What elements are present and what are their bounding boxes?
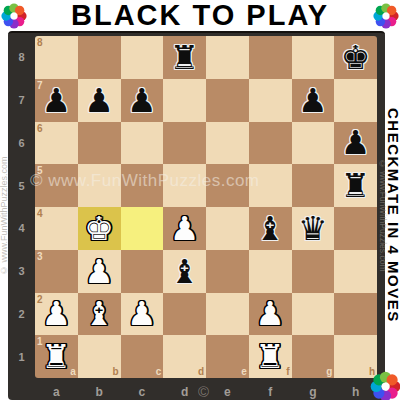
square-b8 xyxy=(78,36,121,79)
square-a2: 2♟ xyxy=(35,293,78,336)
square-e7 xyxy=(206,79,249,122)
square-b6 xyxy=(78,122,121,165)
square-c2: ♟ xyxy=(121,293,164,336)
file-labels: abcdefgh xyxy=(35,381,377,400)
square-e5 xyxy=(206,164,249,207)
square-g8 xyxy=(292,36,335,79)
black-pawn: ♟ xyxy=(292,79,335,122)
puzzle-logo-icon xyxy=(369,370,400,400)
square-a8: 8 xyxy=(35,36,78,79)
square-b4: ♚ xyxy=(78,207,121,250)
white-pawn: ♟ xyxy=(249,293,292,336)
square-g5 xyxy=(292,164,335,207)
frame-rank-label-4: 4 xyxy=(8,207,35,250)
frame-rank-label-1: 1 xyxy=(8,335,35,378)
square-rank-label: 6 xyxy=(37,123,43,134)
puzzle-logo-icon xyxy=(372,2,400,30)
square-h8: ♚ xyxy=(334,36,377,79)
square-e2 xyxy=(206,293,249,336)
checkmate-label: CHECKMATE IN 4 MOVES xyxy=(386,31,400,400)
square-f7 xyxy=(249,79,292,122)
square-f6 xyxy=(249,122,292,165)
square-file-label: d xyxy=(198,366,204,377)
frame-file-label-d: d xyxy=(163,381,206,400)
square-e1: e xyxy=(206,335,249,378)
square-d7 xyxy=(163,79,206,122)
square-a4: 4 xyxy=(35,207,78,250)
black-bishop: ♝ xyxy=(163,250,206,293)
frame-file-label-c: c xyxy=(121,381,164,400)
white-rook: ♜ xyxy=(249,335,292,378)
square-rank-label: 5 xyxy=(37,165,43,176)
square-b1: b xyxy=(78,335,121,378)
square-e3 xyxy=(206,250,249,293)
square-file-label: c xyxy=(156,366,162,377)
square-rank-label: 7 xyxy=(37,80,43,91)
frame-file-label-f: f xyxy=(249,381,292,400)
square-e8 xyxy=(206,36,249,79)
square-a5: 5 xyxy=(35,164,78,207)
square-h4 xyxy=(334,207,377,250)
square-h7 xyxy=(334,79,377,122)
puzzle-logo-icon xyxy=(0,2,28,30)
square-f2: ♟ xyxy=(249,293,292,336)
square-h2 xyxy=(334,293,377,336)
black-rook: ♜ xyxy=(163,36,206,79)
square-h5: ♜ xyxy=(334,164,377,207)
frame-rank-label-2: 2 xyxy=(8,293,35,336)
square-d8: ♜ xyxy=(163,36,206,79)
square-g3 xyxy=(292,250,335,293)
header: BLACK TO PLAY xyxy=(0,0,400,31)
square-file-label: b xyxy=(112,366,118,377)
white-pawn: ♟ xyxy=(163,207,206,250)
square-g4: ♛ xyxy=(292,207,335,250)
square-d5 xyxy=(163,164,206,207)
square-f1: f♜ xyxy=(249,335,292,378)
frame-file-label-e: e xyxy=(206,381,249,400)
square-d3: ♝ xyxy=(163,250,206,293)
square-d4: ♟ xyxy=(163,207,206,250)
frame-rank-label-8: 8 xyxy=(8,36,35,79)
square-f4: ♝ xyxy=(249,207,292,250)
square-b2: ♝ xyxy=(78,293,121,336)
square-file-label: a xyxy=(70,366,76,377)
square-a7: 7♟ xyxy=(35,79,78,122)
square-c7: ♟ xyxy=(121,79,164,122)
square-rank-label: 8 xyxy=(37,37,43,48)
square-c5 xyxy=(121,164,164,207)
square-d2 xyxy=(163,293,206,336)
rank-labels: 87654321 xyxy=(8,36,35,378)
white-king: ♚ xyxy=(78,207,121,250)
frame-rank-label-5: 5 xyxy=(8,164,35,207)
black-bishop: ♝ xyxy=(249,207,292,250)
black-king: ♚ xyxy=(334,36,377,79)
square-d1: d xyxy=(163,335,206,378)
black-pawn: ♟ xyxy=(121,79,164,122)
square-a6: 6 xyxy=(35,122,78,165)
black-queen: ♛ xyxy=(292,207,335,250)
square-rank-label: 3 xyxy=(37,251,43,262)
square-d6 xyxy=(163,122,206,165)
board-frame: 87654321 abcdefgh 8♜♚7♟♟♟♟6♟5♜4♚♟♝♛3♟♝2♟… xyxy=(8,31,385,400)
square-c8 xyxy=(121,36,164,79)
frame-file-label-g: g xyxy=(292,381,335,400)
square-a1: 1a♜ xyxy=(35,335,78,378)
square-h6: ♟ xyxy=(334,122,377,165)
square-c4 xyxy=(121,207,164,250)
square-rank-label: 2 xyxy=(37,294,43,305)
frame-rank-label-3: 3 xyxy=(8,250,35,293)
white-pawn: ♟ xyxy=(121,293,164,336)
square-b3: ♟ xyxy=(78,250,121,293)
square-g7: ♟ xyxy=(292,79,335,122)
square-c6 xyxy=(121,122,164,165)
square-b7: ♟ xyxy=(78,79,121,122)
black-rook: ♜ xyxy=(334,164,377,207)
white-bishop: ♝ xyxy=(78,293,121,336)
square-a3: 3 xyxy=(35,250,78,293)
frame-file-label-a: a xyxy=(35,381,78,400)
square-file-label: e xyxy=(241,366,247,377)
square-e6 xyxy=(206,122,249,165)
square-g6 xyxy=(292,122,335,165)
square-f3 xyxy=(249,250,292,293)
black-pawn: ♟ xyxy=(334,122,377,165)
black-pawn: ♟ xyxy=(78,79,121,122)
square-g1: g xyxy=(292,335,335,378)
square-c3 xyxy=(121,250,164,293)
square-h3 xyxy=(334,250,377,293)
square-e4 xyxy=(206,207,249,250)
square-c1: c xyxy=(121,335,164,378)
page-title: BLACK TO PLAY xyxy=(28,0,372,31)
square-f8 xyxy=(249,36,292,79)
board: 8♜♚7♟♟♟♟6♟5♜4♚♟♝♛3♟♝2♟♝♟♟1a♜bcdef♜gh xyxy=(35,36,377,378)
frame-rank-label-7: 7 xyxy=(8,79,35,122)
square-f5 xyxy=(249,164,292,207)
square-file-label: f xyxy=(286,366,289,377)
frame-file-label-b: b xyxy=(78,381,121,400)
square-rank-label: 1 xyxy=(37,336,43,347)
square-b5 xyxy=(78,164,121,207)
square-g2 xyxy=(292,293,335,336)
square-rank-label: 4 xyxy=(37,208,43,219)
frame-rank-label-6: 6 xyxy=(8,122,35,165)
square-file-label: g xyxy=(326,366,332,377)
white-pawn: ♟ xyxy=(78,250,121,293)
